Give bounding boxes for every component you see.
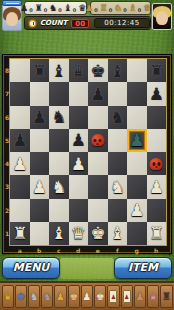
black-king-piece[interactable]: ♚ <box>90 61 105 81</box>
square-b7[interactable] <box>30 82 50 105</box>
white-pawn-piece[interactable]: ♟ <box>149 177 164 197</box>
square-d5[interactable]: ♟ <box>69 129 89 152</box>
square-g3[interactable] <box>127 175 147 198</box>
white-king-piece[interactable]: ♚ <box>90 223 105 243</box>
square-c7[interactable] <box>49 82 69 105</box>
square-e5[interactable] <box>88 129 108 152</box>
black-pawn-piece[interactable]: ♟ <box>32 107 47 127</box>
captured-black-rook-counter: ♜0 <box>35 3 48 14</box>
square-c5[interactable] <box>49 129 69 152</box>
square-c6[interactable]: ♞ <box>49 106 69 129</box>
captured-black-bishop-counter: ♝0 <box>64 3 77 14</box>
square-a3[interactable] <box>10 175 30 198</box>
square-f3[interactable]: ♞ <box>108 175 128 198</box>
file-label-c: c <box>49 247 69 254</box>
square-g5[interactable]: ♟ <box>127 129 147 152</box>
square-h3[interactable]: ♟ <box>147 175 167 198</box>
white-king-piece[interactable]: ♚ <box>94 285 106 308</box>
white-pawn-piece[interactable]: ♟ <box>32 177 47 197</box>
square-h8[interactable]: ♜ <box>147 59 167 82</box>
square-f1[interactable]: ♝ <box>108 222 128 245</box>
square-g2[interactable]: ♟ <box>127 199 147 222</box>
opponent-face <box>6 12 18 26</box>
square-e8[interactable]: ♚ <box>88 59 108 82</box>
white-pawn-piece[interactable]: ♟ <box>81 285 93 308</box>
count-value: 00 <box>71 19 89 28</box>
rank-label-1: 1 <box>4 230 10 237</box>
square-b6[interactable]: ♟ <box>30 106 50 129</box>
file-label-a: a <box>10 247 30 254</box>
square-a2[interactable] <box>10 199 30 222</box>
square-h7[interactable]: ♟ <box>147 82 167 105</box>
captured-black-pieces-tray: ♟0♜0♞0♝0♛0 <box>24 1 87 15</box>
white-bishop-piece[interactable]: ♝ <box>110 223 125 243</box>
game-screen: ♟0♜0♞0♝0♛0 ♟0♜0♞0♝0♛0 COUNT 00 00:12:45 … <box>0 0 174 310</box>
black-bishop-piece[interactable]: ♝ <box>110 61 125 81</box>
square-a5[interactable]: ♟ <box>10 129 30 152</box>
black-bishop-piece[interactable]: ♝ <box>51 61 66 81</box>
rank-label-5: 5 <box>4 137 10 144</box>
character-piece[interactable]: ♚ <box>68 285 80 308</box>
square-f4[interactable] <box>108 152 128 175</box>
black-pawn-piece[interactable]: ♟ <box>149 84 164 104</box>
black-pawn-piece[interactable]: ♟ <box>71 130 86 150</box>
danger-skull-icon <box>150 158 163 170</box>
square-a8[interactable] <box>10 59 30 82</box>
dark-rook-piece[interactable]: ♜ <box>160 285 172 308</box>
captured-white-pawn-counter: ♟0 <box>85 3 98 14</box>
chess-board-frame: ♜♝♛♚♝♜♟♟♟♞♞♟♟♟♟♟♟♞♞♟♟♜♝♛♚♝♜ 87654321 abc… <box>2 54 172 254</box>
opponent-avatar <box>2 4 22 31</box>
white-knight-piece[interactable]: ♞ <box>51 177 66 197</box>
square-b5[interactable] <box>30 129 50 152</box>
square-f6[interactable]: ♞ <box>108 106 128 129</box>
square-d4[interactable]: ♟ <box>69 152 89 175</box>
square-c3[interactable]: ♞ <box>49 175 69 198</box>
square-h2[interactable] <box>147 199 167 222</box>
piece-inventory-bar: ♛♚♞♞♟♚♟♚♟♟♟♛♜ <box>0 281 174 310</box>
square-e7[interactable]: ♟ <box>88 82 108 105</box>
square-e4[interactable] <box>88 152 108 175</box>
square-a1[interactable]: ♜ <box>10 222 30 245</box>
square-d1[interactable]: ♛ <box>69 222 89 245</box>
menu-button[interactable]: MENU <box>2 257 60 279</box>
file-label-f: f <box>108 247 128 254</box>
square-d8[interactable]: ♛ <box>69 59 89 82</box>
square-b1[interactable] <box>30 222 50 245</box>
square-b2[interactable] <box>30 199 50 222</box>
player-face <box>156 11 168 25</box>
file-label-b: b <box>30 247 50 254</box>
rank-label-2: 2 <box>4 207 10 214</box>
file-label-e: e <box>88 247 108 254</box>
square-h1[interactable]: ♜ <box>147 222 167 245</box>
square-d3[interactable] <box>69 175 89 198</box>
file-labels: abcdefgh <box>10 247 166 254</box>
status-bar: COUNT 00 00:12:45 <box>24 16 151 30</box>
white-bishop-piece[interactable]: ♝ <box>51 223 66 243</box>
white-queen-piece[interactable]: ♛ <box>71 223 86 243</box>
square-g6[interactable] <box>127 106 147 129</box>
square-g4[interactable] <box>127 152 147 175</box>
square-c4[interactable] <box>49 152 69 175</box>
player-avatar <box>152 3 172 30</box>
rank-label-3: 3 <box>4 183 10 190</box>
file-label-h: h <box>147 247 167 254</box>
bronze-pawn-piece[interactable]: ♟ <box>134 285 146 308</box>
square-a4[interactable]: ♟ <box>10 152 30 175</box>
square-f2[interactable] <box>108 199 128 222</box>
captured-black-knight-counter: ♞0 <box>49 3 62 14</box>
square-b3[interactable]: ♟ <box>30 175 50 198</box>
rank-label-4: 4 <box>4 160 10 167</box>
white-pawn-piece[interactable]: ♟ <box>71 154 86 174</box>
square-f5[interactable] <box>108 129 128 152</box>
game-timer: 00:12:45 <box>94 18 150 28</box>
file-label-g: g <box>127 247 147 254</box>
grey-knight-piece[interactable]: ♞ <box>28 285 40 308</box>
square-h6[interactable] <box>147 106 167 129</box>
square-b4[interactable] <box>30 152 50 175</box>
square-d7[interactable] <box>69 82 89 105</box>
grey-knight-piece-2[interactable]: ♞ <box>41 285 53 308</box>
captured-white-pieces-tray: ♟0♜0♞0♝0♛0 <box>90 1 151 15</box>
rank-label-6: 6 <box>4 114 10 121</box>
gold-figure-piece[interactable]: ♟ <box>54 285 66 308</box>
black-rook-piece[interactable]: ♜ <box>149 61 164 81</box>
square-h4[interactable] <box>147 152 167 175</box>
black-knight-piece[interactable]: ♞ <box>51 107 66 127</box>
square-a6[interactable] <box>10 106 30 129</box>
clock-icon <box>28 19 37 28</box>
square-e1[interactable]: ♚ <box>88 222 108 245</box>
captured-white-knight-counter: ♞0 <box>114 3 127 14</box>
captured-white-rook-counter: ♜0 <box>100 3 113 14</box>
black-pawn-piece[interactable]: ♟ <box>90 84 105 104</box>
black-pawn-piece[interactable]: ♟ <box>12 130 27 150</box>
rank-label-8: 8 <box>4 67 10 74</box>
gold-crown-piece[interactable]: ♛ <box>2 285 14 308</box>
opponent-name-banner <box>2 0 22 6</box>
square-f8[interactable]: ♝ <box>108 59 128 82</box>
white-pawn-piece[interactable]: ♟ <box>12 154 27 174</box>
white-rook-piece[interactable]: ♜ <box>149 223 164 243</box>
square-g7[interactable] <box>127 82 147 105</box>
rank-label-7: 7 <box>4 90 10 97</box>
grass-strip <box>60 258 114 279</box>
square-a7[interactable] <box>10 82 30 105</box>
rose-queen-piece[interactable]: ♛ <box>147 285 159 308</box>
square-g8[interactable] <box>127 59 147 82</box>
white-knight-piece[interactable]: ♞ <box>110 177 125 197</box>
white-rook-piece[interactable]: ♜ <box>12 223 27 243</box>
square-c8[interactable]: ♝ <box>49 59 69 82</box>
danger-skull-icon <box>91 134 104 146</box>
piece-card[interactable]: ♟ <box>107 285 119 308</box>
blue-king-piece[interactable]: ♚ <box>15 285 27 308</box>
square-d2[interactable] <box>69 199 89 222</box>
square-e6[interactable] <box>88 106 108 129</box>
square-c1[interactable]: ♝ <box>49 222 69 245</box>
item-button[interactable]: ITEM <box>114 257 172 279</box>
square-f7[interactable] <box>108 82 128 105</box>
square-h5[interactable] <box>147 129 167 152</box>
captured-black-pawn-counter: ♟0 <box>20 3 33 14</box>
square-e2[interactable] <box>88 199 108 222</box>
black-pawn-piece[interactable]: ♟ <box>129 130 144 150</box>
square-g1[interactable] <box>127 222 147 245</box>
square-e3[interactable] <box>88 175 108 198</box>
captured-white-bishop-counter: ♝0 <box>129 3 142 14</box>
piece-card-2[interactable]: ♟ <box>121 285 133 308</box>
black-knight-piece[interactable]: ♞ <box>110 107 125 127</box>
black-rook-piece[interactable]: ♜ <box>32 61 47 81</box>
white-pawn-piece[interactable]: ♟ <box>129 200 144 220</box>
square-c2[interactable] <box>49 199 69 222</box>
square-b8[interactable]: ♜ <box>30 59 50 82</box>
count-label: COUNT <box>40 19 67 27</box>
black-queen-piece[interactable]: ♛ <box>71 61 86 81</box>
square-d6[interactable] <box>69 106 89 129</box>
chess-board[interactable]: ♜♝♛♚♝♜♟♟♟♞♞♟♟♟♟♟♟♞♞♟♟♜♝♛♚♝♜ <box>10 59 166 245</box>
file-label-d: d <box>69 247 89 254</box>
